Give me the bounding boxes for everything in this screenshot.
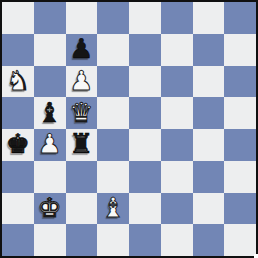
square-e7[interactable] xyxy=(129,34,161,66)
square-e4[interactable] xyxy=(129,129,161,161)
square-c2[interactable] xyxy=(66,193,98,225)
square-e1[interactable] xyxy=(129,224,161,256)
square-e8[interactable] xyxy=(129,2,161,34)
square-b1[interactable] xyxy=(34,224,66,256)
square-b4[interactable]: ♟ xyxy=(34,129,66,161)
square-e2[interactable] xyxy=(129,193,161,225)
black-bishop[interactable]: ♝ xyxy=(38,99,62,126)
square-h2[interactable] xyxy=(224,193,256,225)
square-f3[interactable] xyxy=(161,161,193,193)
square-e3[interactable] xyxy=(129,161,161,193)
square-b8[interactable] xyxy=(34,2,66,34)
square-f6[interactable] xyxy=(161,66,193,98)
white-bishop[interactable]: ♝ xyxy=(101,194,125,221)
square-g3[interactable] xyxy=(193,161,225,193)
square-b2[interactable]: ♚ xyxy=(34,193,66,225)
square-b5[interactable]: ♝ xyxy=(34,97,66,129)
square-d1[interactable] xyxy=(97,224,129,256)
square-g6[interactable] xyxy=(193,66,225,98)
square-h1[interactable] xyxy=(224,224,256,256)
square-c4[interactable]: ♜ xyxy=(66,129,98,161)
white-knight[interactable]: ♞ xyxy=(6,67,30,94)
square-b6[interactable] xyxy=(34,66,66,98)
black-pawn[interactable]: ♟ xyxy=(69,35,93,62)
black-rook[interactable]: ♜ xyxy=(69,130,93,157)
white-pawn[interactable]: ♟ xyxy=(69,67,93,94)
board-corner-gap xyxy=(254,254,258,258)
square-c5[interactable]: ♛ xyxy=(66,97,98,129)
square-b3[interactable] xyxy=(34,161,66,193)
square-a1[interactable] xyxy=(2,224,34,256)
square-g1[interactable] xyxy=(193,224,225,256)
square-d6[interactable] xyxy=(97,66,129,98)
square-g8[interactable] xyxy=(193,2,225,34)
square-e6[interactable] xyxy=(129,66,161,98)
square-h5[interactable] xyxy=(224,97,256,129)
square-f4[interactable] xyxy=(161,129,193,161)
white-king[interactable]: ♚ xyxy=(38,194,62,221)
chess-board: ♟♞♟♝♛♚♟♜♚♝ xyxy=(2,2,256,256)
square-g5[interactable] xyxy=(193,97,225,129)
square-c8[interactable] xyxy=(66,2,98,34)
square-a6[interactable]: ♞ xyxy=(2,66,34,98)
square-a3[interactable] xyxy=(2,161,34,193)
square-f8[interactable] xyxy=(161,2,193,34)
square-g7[interactable] xyxy=(193,34,225,66)
white-pawn[interactable]: ♟ xyxy=(38,130,62,157)
square-h8[interactable] xyxy=(224,2,256,34)
square-a7[interactable] xyxy=(2,34,34,66)
square-f5[interactable] xyxy=(161,97,193,129)
square-a8[interactable] xyxy=(2,2,34,34)
square-f1[interactable] xyxy=(161,224,193,256)
square-a4[interactable]: ♚ xyxy=(2,129,34,161)
chess-diagram-page: ♟♞♟♝♛♚♟♜♚♝ xyxy=(0,0,258,258)
square-c3[interactable] xyxy=(66,161,98,193)
square-g4[interactable] xyxy=(193,129,225,161)
black-king[interactable]: ♚ xyxy=(6,130,30,157)
square-h7[interactable] xyxy=(224,34,256,66)
square-c6[interactable]: ♟ xyxy=(66,66,98,98)
square-f7[interactable] xyxy=(161,34,193,66)
square-a5[interactable] xyxy=(2,97,34,129)
square-e5[interactable] xyxy=(129,97,161,129)
square-c7[interactable]: ♟ xyxy=(66,34,98,66)
square-d5[interactable] xyxy=(97,97,129,129)
square-h3[interactable] xyxy=(224,161,256,193)
square-a2[interactable] xyxy=(2,193,34,225)
square-b7[interactable] xyxy=(34,34,66,66)
square-f2[interactable] xyxy=(161,193,193,225)
square-d4[interactable] xyxy=(97,129,129,161)
square-d3[interactable] xyxy=(97,161,129,193)
square-g2[interactable] xyxy=(193,193,225,225)
square-c1[interactable] xyxy=(66,224,98,256)
white-queen[interactable]: ♛ xyxy=(69,99,93,126)
square-h6[interactable] xyxy=(224,66,256,98)
square-d2[interactable]: ♝ xyxy=(97,193,129,225)
chess-board-frame: ♟♞♟♝♛♚♟♜♚♝ xyxy=(0,0,258,258)
square-d8[interactable] xyxy=(97,2,129,34)
square-d7[interactable] xyxy=(97,34,129,66)
square-h4[interactable] xyxy=(224,129,256,161)
